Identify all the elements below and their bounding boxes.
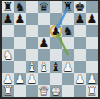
- piece-black-pawn-e6[interactable]: ♟: [50, 25, 62, 37]
- square-h5[interactable]: [86, 37, 98, 49]
- piece-black-pawn-a7[interactable]: ♟: [2, 13, 14, 25]
- square-c7[interactable]: [26, 13, 38, 25]
- piece-black-pawn-h7[interactable]: ♟: [86, 13, 98, 25]
- square-e5[interactable]: [50, 37, 62, 49]
- piece-black-pawn-g7[interactable]: ♟: [74, 13, 86, 25]
- piece-black-queen-d8[interactable]: ♛: [38, 1, 50, 13]
- square-g1[interactable]: [74, 85, 86, 97]
- square-c8[interactable]: [26, 1, 38, 13]
- square-h6[interactable]: [86, 25, 98, 37]
- square-c6[interactable]: [26, 25, 38, 37]
- piece-black-knight-f6[interactable]: ♞: [62, 25, 74, 37]
- chess-board: ♜♞♛♜♚♟♟♟♟♟♞♟♝♞♝♝♟♟♟♟♟♟♜♛♚♜: [2, 1, 98, 97]
- piece-white-rook-h1[interactable]: ♜: [86, 85, 98, 97]
- square-b1[interactable]: [14, 85, 26, 97]
- piece-white-pawn-f3[interactable]: ♟: [62, 61, 74, 73]
- piece-black-bishop-e3[interactable]: ♝: [50, 61, 62, 73]
- square-g6[interactable]: [74, 25, 86, 37]
- square-f5[interactable]: [62, 37, 74, 49]
- piece-white-bishop-d3[interactable]: ♝: [38, 61, 50, 73]
- piece-white-pawn-c2[interactable]: ♟: [26, 73, 38, 85]
- piece-white-pawn-b2[interactable]: ♟: [14, 73, 26, 85]
- square-d7[interactable]: [38, 13, 50, 25]
- square-e8[interactable]: [50, 1, 62, 13]
- square-b6[interactable]: [14, 25, 26, 37]
- piece-black-pawn-d5[interactable]: ♟: [38, 37, 50, 49]
- piece-white-knight-a4[interactable]: ♞: [2, 49, 14, 61]
- square-c1[interactable]: [26, 85, 38, 97]
- square-b5[interactable]: [14, 37, 26, 49]
- square-c5[interactable]: [26, 37, 38, 49]
- square-b4[interactable]: [14, 49, 26, 61]
- square-f2[interactable]: [62, 73, 74, 85]
- square-g5[interactable]: [74, 37, 86, 49]
- piece-black-pawn-b7[interactable]: ♟: [14, 13, 26, 25]
- square-a6[interactable]: [2, 25, 14, 37]
- square-g4[interactable]: [74, 49, 86, 61]
- square-f1[interactable]: [62, 85, 74, 97]
- piece-white-rook-a1[interactable]: ♜: [2, 85, 14, 97]
- piece-white-pawn-g2[interactable]: ♟: [74, 73, 86, 85]
- piece-black-rook-f8[interactable]: ♜: [62, 1, 74, 13]
- piece-white-king-e1[interactable]: ♚: [50, 85, 62, 97]
- piece-white-queen-d1[interactable]: ♛: [38, 85, 50, 97]
- square-h4[interactable]: [86, 49, 98, 61]
- app-background: { "game": "chess", "position": "rn1q1rk1…: [0, 0, 100, 99]
